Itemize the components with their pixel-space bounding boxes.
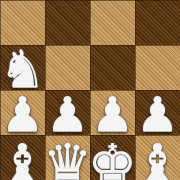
white-queen[interactable]: ♛ [43,142,92,180]
white-pawn[interactable]: ♟ [1,92,44,137]
square-d1[interactable]: ♛ [45,135,90,180]
square-e3[interactable] [90,45,135,90]
white-pawn[interactable]: ♟ [136,92,179,137]
square-d4[interactable] [45,0,90,45]
square-e4[interactable] [90,0,135,45]
square-f2[interactable]: ♟ [135,90,180,135]
square-f4[interactable] [135,0,180,45]
white-bishop[interactable]: ♝ [133,142,180,180]
white-bishop[interactable]: ♝ [0,142,47,180]
square-c3[interactable]: ♞ [0,45,45,90]
square-e2[interactable]: ♟ [90,90,135,135]
chess-board: ♞♟♟♟♟♝♛♚♝ [0,0,180,180]
square-f1[interactable]: ♝ [135,135,180,180]
white-king[interactable]: ♚ [88,142,137,180]
square-e1[interactable]: ♚ [90,135,135,180]
square-c2[interactable]: ♟ [0,90,45,135]
white-pawn[interactable]: ♟ [46,92,89,137]
white-pawn[interactable]: ♟ [91,92,134,137]
square-c1[interactable]: ♝ [0,135,45,180]
square-f3[interactable] [135,45,180,90]
square-d2[interactable]: ♟ [45,90,90,135]
square-d3[interactable] [45,45,90,90]
